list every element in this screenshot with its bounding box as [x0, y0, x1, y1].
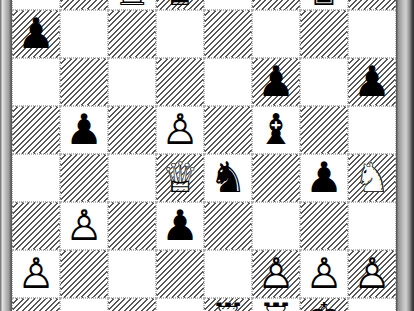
square-b2[interactable]: [60, 250, 108, 298]
square-f2[interactable]: ♟♙: [252, 250, 300, 298]
square-f7[interactable]: [252, 10, 300, 58]
piece-white-rook-e1[interactable]: ♜♖: [205, 296, 251, 311]
square-c8[interactable]: ♜: [108, 0, 156, 10]
square-d4[interactable]: ♛♕: [156, 154, 204, 202]
piece-white-pawn-h2[interactable]: ♟♙: [349, 251, 395, 297]
square-f8[interactable]: [252, 0, 300, 10]
square-d6[interactable]: [156, 58, 204, 106]
square-c5[interactable]: [108, 106, 156, 154]
square-f5[interactable]: ♝: [252, 106, 300, 154]
square-e7[interactable]: [204, 10, 252, 58]
square-g2[interactable]: ♟♙: [300, 250, 348, 298]
square-h6[interactable]: ♟: [348, 58, 396, 106]
square-g1[interactable]: ♚♔: [300, 298, 348, 311]
piece-outline-glyph: ♘: [349, 155, 395, 201]
square-c3[interactable]: [108, 202, 156, 250]
square-a2[interactable]: ♟♙: [12, 250, 60, 298]
square-a7[interactable]: ♟: [12, 10, 60, 58]
square-h5[interactable]: [348, 106, 396, 154]
piece-black-pawn-d3[interactable]: ♟: [157, 203, 203, 249]
square-c6[interactable]: [108, 58, 156, 106]
square-h8[interactable]: [348, 0, 396, 10]
square-g4[interactable]: ♟: [300, 154, 348, 202]
piece-black-pawn-b5[interactable]: ♟: [61, 107, 107, 153]
square-a4[interactable]: [12, 154, 60, 202]
chess-app-window: ♜♛♚♟♟♟♟♟♙♝♛♕♞♟♞♘♟♙♟♟♙♟♙♟♙♟♙♜♖♜♖♚♔: [0, 0, 414, 311]
square-h3[interactable]: [348, 202, 396, 250]
square-b1[interactable]: [60, 298, 108, 311]
piece-white-king-g1[interactable]: ♚♔: [301, 296, 347, 311]
square-h1[interactable]: [348, 298, 396, 311]
square-d3[interactable]: ♟: [156, 202, 204, 250]
square-g5[interactable]: [300, 106, 348, 154]
square-b6[interactable]: [60, 58, 108, 106]
square-d5[interactable]: ♟♙: [156, 106, 204, 154]
piece-outline-glyph: ♕: [157, 155, 203, 201]
square-f1[interactable]: ♜♖: [252, 298, 300, 311]
square-c2[interactable]: [108, 250, 156, 298]
piece-white-rook-f1[interactable]: ♜♖: [253, 296, 299, 311]
piece-white-pawn-b3[interactable]: ♟♙: [61, 203, 107, 249]
chess-board: ♜♛♚♟♟♟♟♟♙♝♛♕♞♟♞♘♟♙♟♟♙♟♙♟♙♟♙♜♖♜♖♚♔: [12, 0, 396, 311]
piece-outline-glyph: ♙: [157, 107, 203, 153]
square-g6[interactable]: [300, 58, 348, 106]
piece-white-knight-h4[interactable]: ♞♘: [349, 155, 395, 201]
square-e5[interactable]: [204, 106, 252, 154]
piece-white-pawn-f2[interactable]: ♟♙: [253, 251, 299, 297]
square-g8[interactable]: ♚: [300, 0, 348, 10]
square-a6[interactable]: [12, 58, 60, 106]
square-c1[interactable]: [108, 298, 156, 311]
square-a3[interactable]: [12, 202, 60, 250]
board-frame-right: [396, 0, 414, 311]
square-d8[interactable]: ♛: [156, 0, 204, 10]
piece-outline-glyph: ♖: [253, 296, 299, 311]
square-a1[interactable]: [12, 298, 60, 311]
piece-outline-glyph: ♖: [205, 296, 251, 311]
piece-black-pawn-a7[interactable]: ♟: [13, 11, 59, 57]
piece-white-queen-d4[interactable]: ♛♕: [157, 155, 203, 201]
square-f6[interactable]: ♟: [252, 58, 300, 106]
square-b3[interactable]: ♟♙: [60, 202, 108, 250]
square-g3[interactable]: [300, 202, 348, 250]
piece-black-pawn-f6[interactable]: ♟: [253, 59, 299, 105]
square-e8[interactable]: [204, 0, 252, 10]
square-c4[interactable]: [108, 154, 156, 202]
piece-white-pawn-a2[interactable]: ♟♙: [13, 251, 59, 297]
square-e4[interactable]: ♞: [204, 154, 252, 202]
square-d7[interactable]: [156, 10, 204, 58]
piece-outline-glyph: ♔: [301, 296, 347, 311]
square-f3[interactable]: [252, 202, 300, 250]
piece-white-pawn-g2[interactable]: ♟♙: [301, 251, 347, 297]
square-h4[interactable]: ♞♘: [348, 154, 396, 202]
square-h7[interactable]: [348, 10, 396, 58]
square-f4[interactable]: [252, 154, 300, 202]
square-b7[interactable]: [60, 10, 108, 58]
square-e2[interactable]: [204, 250, 252, 298]
piece-black-bishop-f5[interactable]: ♝: [253, 107, 299, 153]
square-a5[interactable]: [12, 106, 60, 154]
square-e6[interactable]: [204, 58, 252, 106]
square-e3[interactable]: [204, 202, 252, 250]
square-b4[interactable]: [60, 154, 108, 202]
board-frame-left: [0, 0, 12, 311]
piece-white-pawn-d5[interactable]: ♟♙: [157, 107, 203, 153]
piece-outline-glyph: ♙: [61, 203, 107, 249]
square-e1[interactable]: ♜♖: [204, 298, 252, 311]
piece-black-knight-e4[interactable]: ♞: [205, 155, 251, 201]
square-b5[interactable]: ♟: [60, 106, 108, 154]
square-d2[interactable]: [156, 250, 204, 298]
square-c7[interactable]: [108, 10, 156, 58]
square-g7[interactable]: [300, 10, 348, 58]
piece-outline-glyph: ♙: [301, 251, 347, 297]
piece-outline-glyph: ♙: [253, 251, 299, 297]
square-b8[interactable]: [60, 0, 108, 10]
square-h2[interactable]: ♟♙: [348, 250, 396, 298]
square-d1[interactable]: [156, 298, 204, 311]
piece-outline-glyph: ♙: [349, 251, 395, 297]
piece-black-pawn-h6[interactable]: ♟: [349, 59, 395, 105]
piece-outline-glyph: ♙: [13, 251, 59, 297]
piece-black-pawn-g4[interactable]: ♟: [301, 155, 347, 201]
